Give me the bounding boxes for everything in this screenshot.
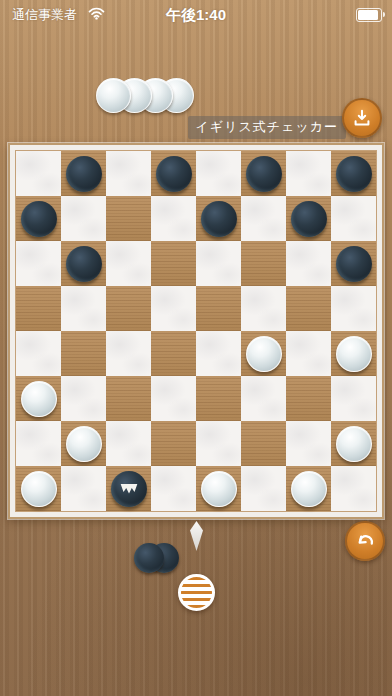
square-r0c2	[106, 151, 151, 196]
square-r3c6[interactable]	[286, 286, 331, 331]
square-r1c7	[331, 196, 376, 241]
square-r5c6[interactable]	[286, 376, 331, 421]
square-r7c6[interactable]	[286, 466, 331, 511]
square-r4c4	[196, 331, 241, 376]
square-r7c2[interactable]	[106, 466, 151, 511]
black-man-piece[interactable]	[201, 201, 237, 237]
square-r3c3	[151, 286, 196, 331]
square-r1c0[interactable]	[16, 196, 61, 241]
square-r2c6	[286, 241, 331, 286]
black-man-piece[interactable]	[291, 201, 327, 237]
white-man-piece[interactable]	[246, 336, 282, 372]
black-man-piece[interactable]	[66, 156, 102, 192]
captured-white-tray	[96, 78, 216, 114]
square-r7c5	[241, 466, 286, 511]
square-r4c3[interactable]	[151, 331, 196, 376]
checkers-board	[8, 143, 384, 519]
clock-time: 午後1:40	[0, 6, 392, 25]
battery-full-icon	[356, 8, 382, 22]
square-r0c3[interactable]	[151, 151, 196, 196]
square-r3c7	[331, 286, 376, 331]
square-r0c4	[196, 151, 241, 196]
square-r7c1	[61, 466, 106, 511]
square-r3c1	[61, 286, 106, 331]
square-r4c2	[106, 331, 151, 376]
square-r3c2[interactable]	[106, 286, 151, 331]
square-r6c6	[286, 421, 331, 466]
black-man-piece[interactable]	[336, 156, 372, 192]
black-man-piece[interactable]	[21, 201, 57, 237]
square-r0c0	[16, 151, 61, 196]
square-r6c7[interactable]	[331, 421, 376, 466]
square-r0c7[interactable]	[331, 151, 376, 196]
square-r5c4[interactable]	[196, 376, 241, 421]
black-man-piece[interactable]	[246, 156, 282, 192]
square-r3c0[interactable]	[16, 286, 61, 331]
square-r1c4[interactable]	[196, 196, 241, 241]
black-man-piece[interactable]	[336, 246, 372, 282]
square-r2c0	[16, 241, 61, 286]
square-r4c6	[286, 331, 331, 376]
square-r6c1[interactable]	[61, 421, 106, 466]
square-r5c2[interactable]	[106, 376, 151, 421]
white-man-piece[interactable]	[336, 336, 372, 372]
square-r6c2	[106, 421, 151, 466]
undo-button[interactable]	[345, 521, 385, 561]
square-r6c4	[196, 421, 241, 466]
square-r7c3	[151, 466, 196, 511]
square-r1c3	[151, 196, 196, 241]
download-button[interactable]	[342, 98, 382, 138]
square-r4c1[interactable]	[61, 331, 106, 376]
square-r3c4[interactable]	[196, 286, 241, 331]
square-r7c4[interactable]	[196, 466, 241, 511]
square-r1c6[interactable]	[286, 196, 331, 241]
square-r5c1	[61, 376, 106, 421]
app-screen: 通信事業者 午後1:40 イギリス式チェッカー	[0, 0, 392, 696]
square-r1c1	[61, 196, 106, 241]
battery-fill	[358, 10, 378, 20]
square-r5c0[interactable]	[16, 376, 61, 421]
black-man-piece[interactable]	[66, 246, 102, 282]
status-bar: 通信事業者 午後1:40	[0, 0, 392, 30]
captured-white-piece	[96, 78, 131, 113]
square-r1c5	[241, 196, 286, 241]
square-r5c3	[151, 376, 196, 421]
square-r2c2	[106, 241, 151, 286]
white-man-piece[interactable]	[201, 471, 237, 507]
square-r7c0[interactable]	[16, 466, 61, 511]
square-r3c5	[241, 286, 286, 331]
square-r1c2[interactable]	[106, 196, 151, 241]
black-man-piece[interactable]	[156, 156, 192, 192]
white-man-piece[interactable]	[66, 426, 102, 462]
white-man-piece[interactable]	[21, 381, 57, 417]
captured-black-tray	[134, 543, 194, 575]
variant-label: イギリス式チェッカー	[188, 116, 346, 139]
black-king-piece[interactable]	[111, 471, 147, 507]
square-r4c0	[16, 331, 61, 376]
white-man-piece[interactable]	[291, 471, 327, 507]
square-r2c3[interactable]	[151, 241, 196, 286]
square-r2c1[interactable]	[61, 241, 106, 286]
white-man-piece[interactable]	[336, 426, 372, 462]
square-r2c5[interactable]	[241, 241, 286, 286]
square-r6c0	[16, 421, 61, 466]
square-r2c4	[196, 241, 241, 286]
board-grid	[15, 150, 377, 512]
square-r7c7	[331, 466, 376, 511]
menu-button[interactable]	[178, 574, 215, 611]
crown-icon	[119, 482, 139, 496]
white-man-piece[interactable]	[21, 471, 57, 507]
captured-black-piece	[134, 543, 164, 573]
undo-curved-arrow-icon	[353, 529, 377, 553]
square-r6c3[interactable]	[151, 421, 196, 466]
square-r6c5[interactable]	[241, 421, 286, 466]
square-r0c5[interactable]	[241, 151, 286, 196]
download-tray-arrow-icon	[351, 107, 373, 129]
square-r0c6	[286, 151, 331, 196]
square-r5c5	[241, 376, 286, 421]
square-r5c7	[331, 376, 376, 421]
square-r2c7[interactable]	[331, 241, 376, 286]
square-r0c1[interactable]	[61, 151, 106, 196]
square-r4c5[interactable]	[241, 331, 286, 376]
square-r4c7[interactable]	[331, 331, 376, 376]
